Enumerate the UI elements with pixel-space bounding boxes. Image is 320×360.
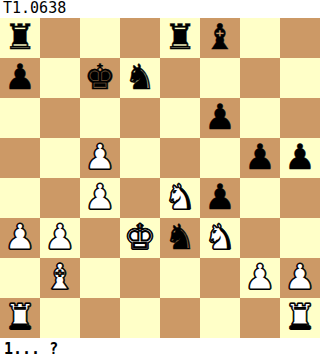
square-c5[interactable]: ♟ [80,138,120,178]
square-c6[interactable] [80,98,120,138]
square-c4[interactable]: ♟ [80,178,120,218]
piece-black-pawn[interactable]: ♟ [244,140,275,175]
square-a1[interactable]: ♜ [0,298,40,338]
square-c3[interactable] [80,218,120,258]
piece-white-pawn[interactable]: ♟ [84,180,115,215]
piece-black-rook[interactable]: ♜ [164,20,195,55]
square-c2[interactable] [80,258,120,298]
piece-black-pawn[interactable]: ♟ [204,180,235,215]
square-h8[interactable] [280,18,320,58]
piece-black-knight[interactable]: ♞ [124,60,155,95]
square-c8[interactable] [80,18,120,58]
square-d4[interactable] [120,178,160,218]
move-prompt-label: 1... ? [0,338,320,360]
piece-black-pawn[interactable]: ♟ [284,140,315,175]
square-e4[interactable]: ♞ [160,178,200,218]
piece-black-knight[interactable]: ♞ [164,220,195,255]
piece-black-pawn[interactable]: ♟ [4,60,35,95]
square-d8[interactable] [120,18,160,58]
square-h6[interactable] [280,98,320,138]
square-e1[interactable] [160,298,200,338]
square-e8[interactable]: ♜ [160,18,200,58]
piece-black-rook[interactable]: ♜ [4,20,35,55]
square-a5[interactable] [0,138,40,178]
square-b2[interactable]: ♝ [40,258,80,298]
piece-white-rook[interactable]: ♜ [284,300,315,335]
square-b5[interactable] [40,138,80,178]
square-b7[interactable] [40,58,80,98]
square-a3[interactable]: ♟ [0,218,40,258]
square-f2[interactable] [200,258,240,298]
piece-black-king[interactable]: ♚ [84,60,115,95]
square-h2[interactable]: ♟ [280,258,320,298]
square-g3[interactable] [240,218,280,258]
square-d6[interactable] [120,98,160,138]
square-a7[interactable]: ♟ [0,58,40,98]
square-c7[interactable]: ♚ [80,58,120,98]
square-f7[interactable] [200,58,240,98]
piece-white-pawn[interactable]: ♟ [44,220,75,255]
square-a8[interactable]: ♜ [0,18,40,58]
square-f4[interactable]: ♟ [200,178,240,218]
piece-white-knight[interactable]: ♞ [164,180,195,215]
square-a6[interactable] [0,98,40,138]
square-g7[interactable] [240,58,280,98]
piece-white-pawn[interactable]: ♟ [244,260,275,295]
piece-white-bishop[interactable]: ♝ [44,260,75,295]
square-h3[interactable] [280,218,320,258]
piece-white-king[interactable]: ♚ [124,220,155,255]
square-e6[interactable] [160,98,200,138]
square-e2[interactable] [160,258,200,298]
chess-board: ♜♜♝♟♚♞♟♟♟♟♟♞♟♟♟♚♞♞♝♟♟♜♜ [0,18,320,338]
chess-puzzle-page: T1.0638 ♜♜♝♟♚♞♟♟♟♟♟♞♟♟♟♚♞♞♝♟♟♜♜ 1... ? [0,0,320,360]
square-f3[interactable]: ♞ [200,218,240,258]
square-c1[interactable] [80,298,120,338]
square-f1[interactable] [200,298,240,338]
square-g8[interactable] [240,18,280,58]
square-d5[interactable] [120,138,160,178]
square-g1[interactable] [240,298,280,338]
square-g2[interactable]: ♟ [240,258,280,298]
square-g4[interactable] [240,178,280,218]
square-b8[interactable] [40,18,80,58]
piece-white-pawn[interactable]: ♟ [284,260,315,295]
square-b1[interactable] [40,298,80,338]
puzzle-id-label: T1.0638 [0,0,320,18]
piece-black-bishop[interactable]: ♝ [204,20,235,55]
square-a4[interactable] [0,178,40,218]
square-g6[interactable] [240,98,280,138]
square-a2[interactable] [0,258,40,298]
square-h4[interactable] [280,178,320,218]
square-h5[interactable]: ♟ [280,138,320,178]
square-g5[interactable]: ♟ [240,138,280,178]
piece-white-knight[interactable]: ♞ [204,220,235,255]
square-b3[interactable]: ♟ [40,218,80,258]
square-b6[interactable] [40,98,80,138]
square-e3[interactable]: ♞ [160,218,200,258]
piece-white-pawn[interactable]: ♟ [4,220,35,255]
square-b4[interactable] [40,178,80,218]
square-d3[interactable]: ♚ [120,218,160,258]
square-e7[interactable] [160,58,200,98]
piece-black-pawn[interactable]: ♟ [204,100,235,135]
piece-white-rook[interactable]: ♜ [4,300,35,335]
square-d7[interactable]: ♞ [120,58,160,98]
square-h7[interactable] [280,58,320,98]
square-d1[interactable] [120,298,160,338]
square-f8[interactable]: ♝ [200,18,240,58]
square-d2[interactable] [120,258,160,298]
piece-white-pawn[interactable]: ♟ [84,140,115,175]
square-f5[interactable] [200,138,240,178]
square-h1[interactable]: ♜ [280,298,320,338]
square-e5[interactable] [160,138,200,178]
square-f6[interactable]: ♟ [200,98,240,138]
